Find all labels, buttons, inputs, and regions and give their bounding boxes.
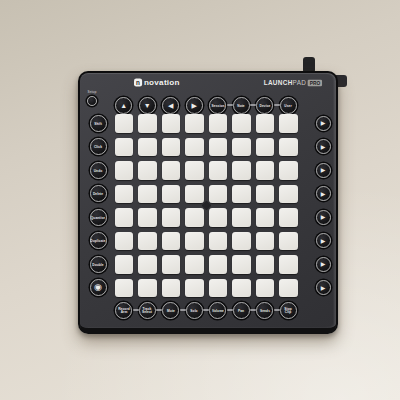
- pad-r1c7[interactable]: [256, 114, 275, 133]
- pad-r4c3[interactable]: [162, 185, 181, 204]
- pad-r5c4[interactable]: [185, 208, 204, 227]
- scene-launch-3-button[interactable]: ▶: [316, 163, 331, 178]
- pad-r5c2[interactable]: [138, 208, 157, 227]
- pad-grid: [115, 114, 298, 297]
- pad-r2c7[interactable]: [256, 138, 275, 157]
- scene-launch-7-button[interactable]: ▶: [316, 257, 331, 272]
- pad-r7c5[interactable]: [209, 255, 228, 274]
- pad-r1c4[interactable]: [185, 114, 204, 133]
- session-button[interactable]: Session: [209, 97, 226, 114]
- solo-button[interactable]: Solo: [186, 302, 203, 319]
- pad-r4c2[interactable]: [138, 185, 157, 204]
- button-connector-dash: [250, 309, 256, 311]
- button-connector-dash: [250, 104, 256, 106]
- track-select-button[interactable]: Track Select: [139, 302, 156, 319]
- pad-r8c2[interactable]: [138, 279, 157, 298]
- pad-r1c3[interactable]: [162, 114, 181, 133]
- pad-r2c2[interactable]: [138, 138, 157, 157]
- top-button-row: ▲▼◀▶SessionNoteDeviceUser: [115, 97, 298, 114]
- pad-r3c6[interactable]: [232, 161, 251, 180]
- button-connector-dash: [227, 104, 233, 106]
- pad-r5c5[interactable]: [209, 208, 228, 227]
- pan-button[interactable]: Pan: [233, 302, 250, 319]
- pad-r7c6[interactable]: [232, 255, 251, 274]
- pad-r6c1[interactable]: [115, 232, 134, 251]
- pad-r5c6[interactable]: [232, 208, 251, 227]
- undo-button[interactable]: Undo: [90, 162, 107, 179]
- pad-r5c7[interactable]: [256, 208, 275, 227]
- pad-r3c2[interactable]: [138, 161, 157, 180]
- pad-r6c6[interactable]: [232, 232, 251, 251]
- scene-launch-column: ▶▶▶▶▶▶▶▶: [316, 114, 331, 297]
- pad-r7c2[interactable]: [138, 255, 157, 274]
- button-connector-dash: [180, 309, 186, 311]
- button-connector-dash: [133, 309, 139, 311]
- button-connector-dash: [227, 309, 233, 311]
- pad-r1c2[interactable]: [138, 114, 157, 133]
- pad-r8c1[interactable]: [115, 279, 134, 298]
- left-button-column: ShiftClickUndoDeleteQuantiseDuplicateDou…: [90, 114, 107, 297]
- button-connector-dash: [203, 309, 209, 311]
- pad-r7c7[interactable]: [256, 255, 275, 274]
- scroll-left-button[interactable]: ◀: [162, 97, 179, 114]
- device-button[interactable]: Device: [256, 97, 273, 114]
- pad-r1c6[interactable]: [232, 114, 251, 133]
- pad-r1c8[interactable]: [279, 114, 298, 133]
- bottom-button-row: Record ArmTrack SelectMuteSoloVolumePanS…: [115, 302, 298, 319]
- pad-r8c4[interactable]: [185, 279, 204, 298]
- pad-r8c5[interactable]: [209, 279, 228, 298]
- pad-r4c4[interactable]: [185, 185, 204, 204]
- stop-clip-button[interactable]: Stop Clip: [280, 302, 297, 319]
- button-connector-dash: [274, 309, 280, 311]
- scroll-down-button[interactable]: ▼: [139, 97, 156, 114]
- button-connector-dash: [156, 309, 162, 311]
- user-button[interactable]: User: [280, 97, 297, 114]
- pad-r2c5[interactable]: [209, 138, 228, 157]
- pad-r5c8[interactable]: [279, 208, 298, 227]
- scroll-up-button[interactable]: ▲: [115, 97, 132, 114]
- scene-launch-6-button[interactable]: ▶: [316, 233, 331, 248]
- pad-r5c1[interactable]: [115, 208, 134, 227]
- pad-r6c4[interactable]: [185, 232, 204, 251]
- pad-r8c3[interactable]: [162, 279, 181, 298]
- novation-logo-icon: n: [134, 78, 142, 86]
- setup-button[interactable]: [87, 96, 97, 106]
- pad-r3c5[interactable]: [209, 161, 228, 180]
- shift-button[interactable]: Shift: [90, 115, 107, 132]
- volume-button[interactable]: Volume: [209, 302, 226, 319]
- record-arm-button[interactable]: Record Arm: [115, 302, 132, 319]
- photo-background: n novation LAUNCHPAD PRO Setup ▲▼◀▶Sessi…: [0, 0, 400, 400]
- scene-launch-1-button[interactable]: ▶: [316, 116, 331, 131]
- pad-r6c3[interactable]: [162, 232, 181, 251]
- pad-r7c4[interactable]: [185, 255, 204, 274]
- pad-r6c5[interactable]: [209, 232, 228, 251]
- pad-r3c1[interactable]: [115, 161, 134, 180]
- pad-r4c7[interactable]: [256, 185, 275, 204]
- pad-r1c1[interactable]: [115, 114, 134, 133]
- button-connector-dash: [274, 104, 280, 106]
- scene-launch-2-button[interactable]: ▶: [316, 139, 331, 154]
- mute-button[interactable]: Mute: [162, 302, 179, 319]
- launchpad-pro-device: n novation LAUNCHPAD PRO Setup ▲▼◀▶Sessi…: [78, 71, 338, 334]
- pad-r1c5[interactable]: [209, 114, 228, 133]
- duplicate-button[interactable]: Duplicate: [90, 232, 107, 249]
- pad-r2c3[interactable]: [162, 138, 181, 157]
- pad-r2c4[interactable]: [185, 138, 204, 157]
- pad-r2c1[interactable]: [115, 138, 134, 157]
- click-button[interactable]: Click: [90, 138, 107, 155]
- pad-r4c1[interactable]: [115, 185, 134, 204]
- pad-r7c8[interactable]: [279, 255, 298, 274]
- sends-button[interactable]: Sends: [256, 302, 273, 319]
- setup-label: Setup: [83, 90, 101, 93]
- scene-launch-5-button[interactable]: ▶: [316, 210, 331, 225]
- double-button[interactable]: Double: [90, 256, 107, 273]
- record-button[interactable]: ◉: [90, 279, 107, 296]
- scene-launch-4-button[interactable]: ▶: [316, 186, 331, 201]
- pad-r6c8[interactable]: [279, 232, 298, 251]
- pad-r2c8[interactable]: [279, 138, 298, 157]
- scroll-right-button[interactable]: ▶: [186, 97, 203, 114]
- pad-r5c3[interactable]: [162, 208, 181, 227]
- scene-launch-8-button[interactable]: ▶: [316, 280, 331, 295]
- pad-r3c3[interactable]: [162, 161, 181, 180]
- brand-name: novation: [144, 78, 180, 86]
- note-button[interactable]: Note: [233, 97, 250, 114]
- pad-r7c3[interactable]: [162, 255, 181, 274]
- pad-r2c6[interactable]: [232, 138, 251, 157]
- product-name: LAUNCHPAD: [263, 80, 306, 86]
- pad-r4c5[interactable]: [209, 185, 228, 204]
- pad-r6c7[interactable]: [256, 232, 275, 251]
- product-badge: PRO: [308, 80, 322, 86]
- product-wordmark: LAUNCHPAD PRO: [263, 80, 322, 86]
- pad-r4c8[interactable]: [279, 185, 298, 204]
- pad-r3c4[interactable]: [185, 161, 204, 180]
- quantise-button[interactable]: Quantise: [90, 209, 107, 226]
- delete-button[interactable]: Delete: [90, 185, 107, 202]
- pad-r3c8[interactable]: [279, 161, 298, 180]
- pad-r4c6[interactable]: [232, 185, 251, 204]
- pad-r8c6[interactable]: [232, 279, 251, 298]
- pad-r8c7[interactable]: [256, 279, 275, 298]
- novation-logo: n novation: [134, 78, 180, 86]
- pad-r3c7[interactable]: [256, 161, 275, 180]
- pad-r6c2[interactable]: [138, 232, 157, 251]
- pad-r7c1[interactable]: [115, 255, 134, 274]
- pad-r8c8[interactable]: [279, 279, 298, 298]
